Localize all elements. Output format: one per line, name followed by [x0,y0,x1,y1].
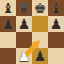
square-e6[interactable] [32,32,48,48]
black-king-piece: ♚ [34,0,47,16]
white-pawn-piece: ♟ [18,48,31,64]
black-bishop-piece: ♝ [2,0,15,16]
square-c6[interactable] [0,32,16,48]
square-f7[interactable]: ♟ [48,16,64,32]
black-pawn-piece: ♟ [50,16,63,32]
square-f8[interactable]: ♝ [48,0,64,16]
square-f6[interactable] [48,32,64,48]
square-d5[interactable]: ♟ [16,48,32,64]
square-d8[interactable]: ♛ [16,0,32,16]
square-c8[interactable]: ♝ [0,0,16,16]
black-pawn-piece: ♟ [18,16,31,32]
square-c7[interactable]: ♟ [0,16,16,32]
square-d7[interactable]: ♟ [16,16,32,32]
chess-board[interactable]: ♝♛♚♝♟♟♟♟♟ [0,0,64,64]
square-c5[interactable] [0,48,16,64]
black-bishop-piece: ♝ [50,0,63,16]
black-pawn-piece: ♟ [2,16,15,32]
square-d6[interactable] [16,32,32,48]
square-e5[interactable]: ♟ [32,48,48,64]
black-queen-piece: ♛ [18,0,31,16]
black-pawn-piece: ♟ [34,48,47,64]
square-e8[interactable]: ♚ [32,0,48,16]
square-e7[interactable] [32,16,48,32]
square-f5[interactable] [48,48,64,64]
